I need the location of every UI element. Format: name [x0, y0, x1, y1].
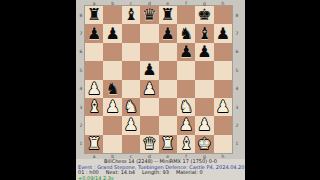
piece-white-pawn[interactable]: ♟: [142, 80, 156, 98]
square-b3[interactable]: ♟: [103, 98, 121, 116]
square-a2[interactable]: [85, 116, 103, 134]
piece-white-pawn[interactable]: ♟: [216, 98, 230, 116]
square-a1[interactable]: ♜: [85, 135, 103, 153]
coord-label: 1: [78, 135, 84, 153]
piece-white-knight[interactable]: ♞: [124, 98, 138, 116]
coord-label: 8: [78, 6, 84, 24]
square-g2[interactable]: ♟: [195, 116, 213, 134]
square-h4[interactable]: [214, 80, 232, 98]
piece-white-pawn[interactable]: ♟: [87, 80, 101, 98]
square-c2[interactable]: ♟: [122, 116, 140, 134]
piece-black-king[interactable]: ♚: [197, 6, 211, 24]
square-h8[interactable]: [214, 6, 232, 24]
piece-black-knight[interactable]: ♞: [179, 25, 193, 43]
coord-label: 4: [234, 80, 240, 98]
coord-label: 6: [234, 43, 240, 61]
square-d8[interactable]: ♛: [140, 6, 158, 24]
square-d6[interactable]: [140, 43, 158, 61]
square-g6[interactable]: ♟: [195, 43, 213, 61]
rank-labels-right: 87654321: [234, 6, 240, 153]
square-c4[interactable]: [122, 80, 140, 98]
square-e8[interactable]: ♜: [159, 6, 177, 24]
square-b2[interactable]: [103, 116, 121, 134]
square-b4[interactable]: ♞: [103, 80, 121, 98]
square-f3[interactable]: ♞: [177, 98, 195, 116]
square-f1[interactable]: ♝: [177, 135, 195, 153]
square-e5[interactable]: [159, 61, 177, 79]
length-value: Length: 93: [142, 169, 169, 175]
piece-black-rook[interactable]: ♜: [87, 6, 101, 24]
square-b5[interactable]: [103, 61, 121, 79]
square-g3[interactable]: [195, 98, 213, 116]
piece-white-knight[interactable]: ♞: [179, 98, 193, 116]
piece-white-bishop[interactable]: ♝: [87, 98, 101, 116]
square-d4[interactable]: ♟: [140, 80, 158, 98]
piece-white-pawn[interactable]: ♟: [105, 98, 119, 116]
square-d1[interactable]: ♛: [140, 135, 158, 153]
coord-label: 2: [234, 116, 240, 134]
square-e7[interactable]: ♟: [159, 24, 177, 42]
square-c5[interactable]: [122, 61, 140, 79]
square-f6[interactable]: ♟: [177, 43, 195, 61]
coord-label: 3: [234, 98, 240, 116]
square-g7[interactable]: ♝: [195, 24, 213, 42]
square-b8[interactable]: [103, 6, 121, 24]
square-b1[interactable]: [103, 135, 121, 153]
piece-black-pawn[interactable]: ♟: [197, 43, 211, 61]
coord-label: 8: [234, 6, 240, 24]
coord-label: 7: [234, 24, 240, 42]
coord-label: 3: [78, 98, 84, 116]
material-value: Material: 0: [176, 169, 203, 175]
piece-black-knight[interactable]: ♞: [105, 80, 119, 98]
square-a5[interactable]: [85, 61, 103, 79]
piece-black-pawn[interactable]: ♟: [105, 25, 119, 43]
chess-board[interactable]: ♜♝♛♜♚♟♟♟♞♝♟♟♟♟♟♞♟♝♟♞♞♟♟♟♟♜♛♜♝♚: [85, 6, 232, 153]
piece-black-pawn[interactable]: ♟: [216, 25, 230, 43]
piece-black-pawn[interactable]: ♟: [142, 61, 156, 79]
square-e3[interactable]: [159, 98, 177, 116]
piece-white-pawn[interactable]: ♟: [124, 116, 138, 134]
piece-black-rook[interactable]: ♜: [161, 6, 175, 24]
piece-white-king[interactable]: ♚: [197, 135, 211, 153]
piece-black-pawn[interactable]: ♟: [161, 25, 175, 43]
square-d2[interactable]: [140, 116, 158, 134]
piece-black-queen[interactable]: ♛: [142, 6, 156, 24]
square-d3[interactable]: [140, 98, 158, 116]
square-a8[interactable]: ♜: [85, 6, 103, 24]
square-c6[interactable]: [122, 43, 140, 61]
square-a4[interactable]: ♟: [85, 80, 103, 98]
square-c8[interactable]: ♝: [122, 6, 140, 24]
piece-black-bishop[interactable]: ♝: [124, 6, 138, 24]
square-c3[interactable]: ♞: [122, 98, 140, 116]
square-e6[interactable]: [159, 43, 177, 61]
square-a7[interactable]: ♟: [85, 24, 103, 42]
piece-white-queen[interactable]: ♛: [142, 135, 156, 153]
coord-label: 4: [78, 80, 84, 98]
coord-label: 7: [78, 24, 84, 42]
square-g8[interactable]: ♚: [195, 6, 213, 24]
square-c7[interactable]: [122, 24, 140, 42]
game-caption: BillChess 14 (2248) -- MiniRMX 17 (1750)…: [76, 159, 245, 180]
piece-white-pawn[interactable]: ♟: [179, 116, 193, 134]
square-b6[interactable]: [103, 43, 121, 61]
engine-eval-value: +0.09/14 2.3s: [76, 176, 245, 180]
square-h2[interactable]: [214, 116, 232, 134]
square-e4[interactable]: [159, 80, 177, 98]
square-g1[interactable]: ♚: [195, 135, 213, 153]
piece-white-pawn[interactable]: ♟: [197, 116, 211, 134]
piece-black-pawn[interactable]: ♟: [87, 25, 101, 43]
coord-label: 5: [234, 61, 240, 79]
square-d7[interactable]: [140, 24, 158, 42]
square-f8[interactable]: [177, 6, 195, 24]
rank-labels-left: 87654321: [78, 6, 84, 153]
piece-black-pawn[interactable]: ♟: [179, 43, 193, 61]
square-g5[interactable]: [195, 61, 213, 79]
coord-label: 6: [78, 43, 84, 61]
square-f7[interactable]: ♞: [177, 24, 195, 42]
square-f2[interactable]: ♟: [177, 116, 195, 134]
square-e1[interactable]: ♜: [159, 135, 177, 153]
square-e2[interactable]: [159, 116, 177, 134]
square-h6[interactable]: [214, 43, 232, 61]
piece-black-bishop[interactable]: ♝: [197, 25, 211, 43]
square-b7[interactable]: ♟: [103, 24, 121, 42]
square-c1[interactable]: [122, 135, 140, 153]
square-f4[interactable]: [177, 80, 195, 98]
square-a3[interactable]: ♝: [85, 98, 103, 116]
square-g4[interactable]: [195, 80, 213, 98]
piece-white-rook[interactable]: ♜: [87, 135, 101, 153]
square-h7[interactable]: ♟: [214, 24, 232, 42]
square-h1[interactable]: [214, 135, 232, 153]
square-h3[interactable]: ♟: [214, 98, 232, 116]
square-d5[interactable]: ♟: [140, 61, 158, 79]
coord-label: 2: [78, 116, 84, 134]
square-a6[interactable]: [85, 43, 103, 61]
square-f5[interactable]: [177, 61, 195, 79]
piece-white-bishop[interactable]: ♝: [179, 135, 193, 153]
app-window: abcdefgh abcdefgh 87654321 87654321 ♜♝♛♜…: [0, 0, 320, 180]
coord-label: 1: [234, 135, 240, 153]
piece-white-rook[interactable]: ♜: [161, 135, 175, 153]
board-panel: abcdefgh abcdefgh 87654321 87654321 ♜♝♛♜…: [76, 0, 245, 180]
square-h5[interactable]: [214, 61, 232, 79]
coord-label: 5: [78, 61, 84, 79]
